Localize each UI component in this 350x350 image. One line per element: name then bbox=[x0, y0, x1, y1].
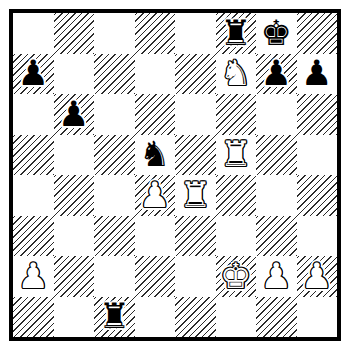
black-pawn-h7: ♟ bbox=[301, 56, 332, 91]
chess-diagram-page: { "game": "chess", "diagram_title": "Che… bbox=[0, 0, 350, 350]
square-c7 bbox=[94, 54, 135, 95]
square-a3 bbox=[13, 216, 54, 257]
square-d3 bbox=[135, 216, 176, 257]
square-d5: ♞ bbox=[135, 135, 176, 176]
square-b7 bbox=[54, 54, 95, 95]
square-b4 bbox=[54, 175, 95, 216]
white-pawn-d4: ♟ bbox=[139, 178, 170, 213]
square-g8: ♚ bbox=[256, 13, 297, 54]
square-f6 bbox=[216, 94, 257, 135]
square-f2: ♚ bbox=[216, 256, 257, 297]
square-h5 bbox=[297, 135, 338, 176]
square-e1 bbox=[175, 297, 216, 338]
square-a6 bbox=[13, 94, 54, 135]
white-pawn-a2: ♟ bbox=[18, 259, 49, 294]
square-c4 bbox=[94, 175, 135, 216]
square-f5: ♜ bbox=[216, 135, 257, 176]
square-c8 bbox=[94, 13, 135, 54]
square-d7 bbox=[135, 54, 176, 95]
square-b1 bbox=[54, 297, 95, 338]
square-f4 bbox=[216, 175, 257, 216]
square-e7 bbox=[175, 54, 216, 95]
square-f1 bbox=[216, 297, 257, 338]
square-g1 bbox=[256, 297, 297, 338]
black-pawn-b6: ♟ bbox=[58, 97, 89, 132]
square-g7: ♟ bbox=[256, 54, 297, 95]
square-g3 bbox=[256, 216, 297, 257]
square-b2 bbox=[54, 256, 95, 297]
square-e8 bbox=[175, 13, 216, 54]
square-d4: ♟ bbox=[135, 175, 176, 216]
black-rook-c1: ♜ bbox=[99, 299, 130, 334]
square-c2 bbox=[94, 256, 135, 297]
square-d1 bbox=[135, 297, 176, 338]
white-rook-f5: ♜ bbox=[220, 137, 251, 172]
square-e4: ♜ bbox=[175, 175, 216, 216]
square-g2: ♟ bbox=[256, 256, 297, 297]
square-h3 bbox=[297, 216, 338, 257]
chess-board: ♜♚♟♞♟♟♟♞♜♟♜♟♚♟♟♜ bbox=[9, 9, 341, 341]
white-pawn-h2: ♟ bbox=[301, 259, 332, 294]
square-g6 bbox=[256, 94, 297, 135]
square-h7: ♟ bbox=[297, 54, 338, 95]
square-b8 bbox=[54, 13, 95, 54]
square-a4 bbox=[13, 175, 54, 216]
square-f3 bbox=[216, 216, 257, 257]
square-a1 bbox=[13, 297, 54, 338]
square-c6 bbox=[94, 94, 135, 135]
square-d6 bbox=[135, 94, 176, 135]
black-pawn-g7: ♟ bbox=[261, 56, 292, 91]
black-knight-d5: ♞ bbox=[139, 137, 170, 172]
square-c1: ♜ bbox=[94, 297, 135, 338]
square-d8 bbox=[135, 13, 176, 54]
square-e6 bbox=[175, 94, 216, 135]
square-f8: ♜ bbox=[216, 13, 257, 54]
square-b3 bbox=[54, 216, 95, 257]
square-f7: ♞ bbox=[216, 54, 257, 95]
square-a8 bbox=[13, 13, 54, 54]
black-king-g8: ♚ bbox=[261, 16, 292, 51]
square-a2: ♟ bbox=[13, 256, 54, 297]
square-c3 bbox=[94, 216, 135, 257]
square-a5 bbox=[13, 135, 54, 176]
square-e2 bbox=[175, 256, 216, 297]
white-king-f2: ♚ bbox=[220, 259, 251, 294]
square-h2: ♟ bbox=[297, 256, 338, 297]
square-h6 bbox=[297, 94, 338, 135]
square-g4 bbox=[256, 175, 297, 216]
square-h1 bbox=[297, 297, 338, 338]
white-knight-f7: ♞ bbox=[220, 56, 251, 91]
square-d2 bbox=[135, 256, 176, 297]
black-pawn-a7: ♟ bbox=[18, 56, 49, 91]
white-pawn-g2: ♟ bbox=[261, 259, 292, 294]
square-a7: ♟ bbox=[13, 54, 54, 95]
black-rook-f8: ♜ bbox=[220, 16, 251, 51]
square-g5 bbox=[256, 135, 297, 176]
square-e3 bbox=[175, 216, 216, 257]
square-h8 bbox=[297, 13, 338, 54]
square-c5 bbox=[94, 135, 135, 176]
square-h4 bbox=[297, 175, 338, 216]
square-e5 bbox=[175, 135, 216, 176]
white-rook-e4: ♜ bbox=[180, 178, 211, 213]
square-b6: ♟ bbox=[54, 94, 95, 135]
square-b5 bbox=[54, 135, 95, 176]
